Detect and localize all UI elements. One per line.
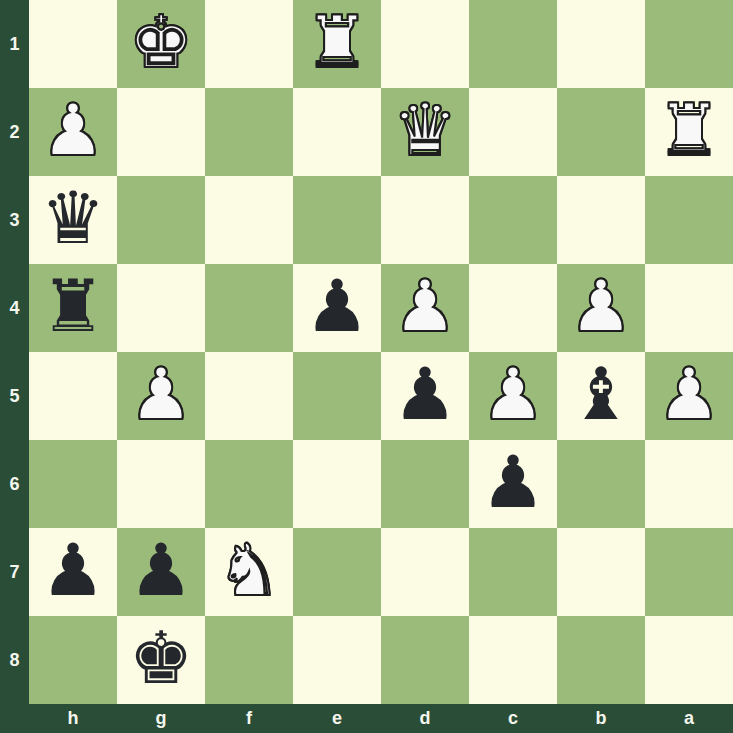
file-labels: hgfedcba	[29, 704, 733, 733]
square-a8[interactable]	[645, 616, 733, 704]
piece-white-pawn[interactable]: ♟	[481, 358, 546, 430]
rank-label-1: 1	[0, 0, 29, 88]
square-h2[interactable]: ♟	[29, 88, 117, 176]
piece-black-bishop[interactable]: ♝	[569, 358, 634, 430]
square-h5[interactable]	[29, 352, 117, 440]
square-g7[interactable]: ♟	[117, 528, 205, 616]
piece-black-pawn[interactable]: ♟	[129, 534, 194, 606]
square-a7[interactable]	[645, 528, 733, 616]
square-a2[interactable]: ♜	[645, 88, 733, 176]
square-c7[interactable]	[469, 528, 557, 616]
square-b8[interactable]	[557, 616, 645, 704]
square-h7[interactable]: ♟	[29, 528, 117, 616]
square-h8[interactable]	[29, 616, 117, 704]
square-e7[interactable]	[293, 528, 381, 616]
square-g2[interactable]	[117, 88, 205, 176]
square-g6[interactable]	[117, 440, 205, 528]
square-d6[interactable]	[381, 440, 469, 528]
square-d2[interactable]: ♛	[381, 88, 469, 176]
square-e4[interactable]: ♟	[293, 264, 381, 352]
square-a3[interactable]	[645, 176, 733, 264]
square-f8[interactable]	[205, 616, 293, 704]
chess-board[interactable]: ♚♜♟♛♜♛♜♟♟♟♟♟♟♝♟♟♟♟♞♚	[29, 0, 733, 704]
square-h3[interactable]: ♛	[29, 176, 117, 264]
square-a1[interactable]	[645, 0, 733, 88]
square-h6[interactable]	[29, 440, 117, 528]
file-label-a: a	[645, 704, 733, 733]
square-d1[interactable]	[381, 0, 469, 88]
square-d4[interactable]: ♟	[381, 264, 469, 352]
square-d7[interactable]	[381, 528, 469, 616]
piece-white-king[interactable]: ♚	[129, 6, 194, 78]
square-a5[interactable]: ♟	[645, 352, 733, 440]
square-g5[interactable]: ♟	[117, 352, 205, 440]
piece-white-pawn[interactable]: ♟	[41, 94, 106, 166]
square-g8[interactable]: ♚	[117, 616, 205, 704]
piece-white-rook[interactable]: ♜	[305, 6, 370, 78]
square-d8[interactable]	[381, 616, 469, 704]
square-e8[interactable]	[293, 616, 381, 704]
square-g3[interactable]	[117, 176, 205, 264]
square-f1[interactable]	[205, 0, 293, 88]
square-f5[interactable]	[205, 352, 293, 440]
piece-black-pawn[interactable]: ♟	[393, 358, 458, 430]
piece-white-rook[interactable]: ♜	[657, 94, 722, 166]
piece-white-knight[interactable]: ♞	[217, 534, 282, 606]
rank-label-6: 6	[0, 440, 29, 528]
rank-label-2: 2	[0, 88, 29, 176]
square-f7[interactable]: ♞	[205, 528, 293, 616]
square-b5[interactable]: ♝	[557, 352, 645, 440]
rank-label-5: 5	[0, 352, 29, 440]
square-e6[interactable]	[293, 440, 381, 528]
square-h4[interactable]: ♜	[29, 264, 117, 352]
square-c3[interactable]	[469, 176, 557, 264]
square-c1[interactable]	[469, 0, 557, 88]
piece-white-queen[interactable]: ♛	[393, 94, 458, 166]
rank-label-3: 3	[0, 176, 29, 264]
square-f3[interactable]	[205, 176, 293, 264]
square-b6[interactable]	[557, 440, 645, 528]
piece-black-king[interactable]: ♚	[129, 622, 194, 694]
piece-black-queen[interactable]: ♛	[41, 182, 106, 254]
rank-labels: 12345678	[0, 0, 29, 704]
piece-black-rook[interactable]: ♜	[41, 270, 106, 342]
piece-black-pawn[interactable]: ♟	[305, 270, 370, 342]
square-e2[interactable]	[293, 88, 381, 176]
square-g4[interactable]	[117, 264, 205, 352]
piece-white-pawn[interactable]: ♟	[393, 270, 458, 342]
square-e3[interactable]	[293, 176, 381, 264]
piece-white-pawn[interactable]: ♟	[569, 270, 634, 342]
square-e5[interactable]	[293, 352, 381, 440]
square-b2[interactable]	[557, 88, 645, 176]
square-a6[interactable]	[645, 440, 733, 528]
square-d3[interactable]	[381, 176, 469, 264]
square-f4[interactable]	[205, 264, 293, 352]
file-label-e: e	[293, 704, 381, 733]
file-label-c: c	[469, 704, 557, 733]
file-label-g: g	[117, 704, 205, 733]
square-b1[interactable]	[557, 0, 645, 88]
square-b3[interactable]	[557, 176, 645, 264]
square-c4[interactable]	[469, 264, 557, 352]
piece-white-pawn[interactable]: ♟	[657, 358, 722, 430]
square-f2[interactable]	[205, 88, 293, 176]
square-b7[interactable]	[557, 528, 645, 616]
square-a4[interactable]	[645, 264, 733, 352]
square-g1[interactable]: ♚	[117, 0, 205, 88]
file-label-d: d	[381, 704, 469, 733]
file-label-b: b	[557, 704, 645, 733]
rank-label-4: 4	[0, 264, 29, 352]
rank-label-7: 7	[0, 528, 29, 616]
file-label-f: f	[205, 704, 293, 733]
chess-board-frame: 12345678 ♚♜♟♛♜♛♜♟♟♟♟♟♟♝♟♟♟♟♞♚ hgfedcba	[0, 0, 733, 733]
square-h1[interactable]	[29, 0, 117, 88]
square-c2[interactable]	[469, 88, 557, 176]
square-f6[interactable]	[205, 440, 293, 528]
piece-black-pawn[interactable]: ♟	[41, 534, 106, 606]
square-b4[interactable]: ♟	[557, 264, 645, 352]
square-e1[interactable]: ♜	[293, 0, 381, 88]
rank-label-8: 8	[0, 616, 29, 704]
piece-white-pawn[interactable]: ♟	[129, 358, 194, 430]
piece-black-pawn[interactable]: ♟	[481, 446, 546, 518]
file-label-h: h	[29, 704, 117, 733]
square-c8[interactable]	[469, 616, 557, 704]
square-c6[interactable]: ♟	[469, 440, 557, 528]
square-d5[interactable]: ♟	[381, 352, 469, 440]
square-c5[interactable]: ♟	[469, 352, 557, 440]
